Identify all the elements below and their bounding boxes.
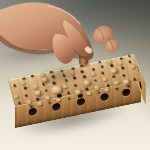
held-peg[interactable]: [79, 49, 88, 65]
front-face-hole: [101, 93, 109, 102]
small-pin[interactable]: [127, 85, 130, 88]
empty-hole[interactable]: [78, 94, 83, 98]
small-pin[interactable]: [73, 76, 76, 79]
small-pin[interactable]: [18, 102, 21, 105]
small-pin[interactable]: [94, 79, 97, 82]
small-pin[interactable]: [52, 82, 55, 85]
medium-peg[interactable]: [55, 97, 61, 102]
front-face-hole: [52, 103, 60, 112]
small-pin[interactable]: [92, 68, 95, 71]
held-peg-top: [79, 47, 88, 51]
small-pin[interactable]: [74, 84, 77, 87]
medium-peg[interactable]: [37, 101, 43, 106]
photo-scene: [0, 0, 150, 150]
small-pin[interactable]: [65, 79, 68, 82]
small-pin[interactable]: [98, 61, 101, 64]
small-pin[interactable]: [80, 65, 83, 68]
medium-peg[interactable]: [102, 77, 108, 82]
peg-board: [0, 0, 150, 150]
front-face-hole: [77, 98, 85, 107]
small-pin[interactable]: [67, 91, 70, 94]
medium-peg[interactable]: [13, 94, 19, 99]
small-pin[interactable]: [83, 75, 86, 78]
small-pin[interactable]: [133, 78, 136, 81]
small-pin[interactable]: [62, 74, 65, 77]
medium-peg[interactable]: [69, 70, 75, 75]
small-pin[interactable]: [50, 71, 53, 74]
small-pin[interactable]: [110, 64, 113, 67]
small-pin[interactable]: [122, 74, 125, 77]
medium-peg[interactable]: [63, 84, 69, 89]
small-pin[interactable]: [48, 101, 51, 104]
small-pin[interactable]: [30, 105, 33, 108]
small-pin[interactable]: [121, 67, 124, 70]
small-pin[interactable]: [128, 60, 131, 63]
front-face-hole: [29, 108, 37, 117]
small-pin[interactable]: [24, 87, 27, 90]
small-pin[interactable]: [45, 89, 48, 92]
medium-peg[interactable]: [90, 72, 96, 77]
medium-peg[interactable]: [117, 60, 123, 65]
medium-peg[interactable]: [104, 87, 110, 92]
small-pin[interactable]: [97, 91, 100, 94]
small-pin[interactable]: [13, 84, 16, 87]
medium-peg[interactable]: [86, 91, 92, 96]
small-pin[interactable]: [112, 75, 115, 78]
small-pin[interactable]: [42, 83, 45, 86]
medium-peg[interactable]: [20, 80, 26, 85]
small-pin[interactable]: [85, 88, 88, 91]
small-pin[interactable]: [115, 87, 118, 90]
small-pin[interactable]: [25, 94, 28, 97]
front-face-hole: [122, 88, 130, 97]
small-pin[interactable]: [128, 55, 131, 58]
small-pin[interactable]: [31, 75, 34, 78]
small-pin[interactable]: [52, 75, 55, 78]
small-pin[interactable]: [36, 98, 39, 101]
small-pin[interactable]: [67, 97, 70, 100]
medium-peg[interactable]: [113, 80, 119, 85]
small-pin[interactable]: [101, 72, 104, 75]
small-pin[interactable]: [100, 65, 103, 68]
small-pin[interactable]: [80, 70, 83, 73]
